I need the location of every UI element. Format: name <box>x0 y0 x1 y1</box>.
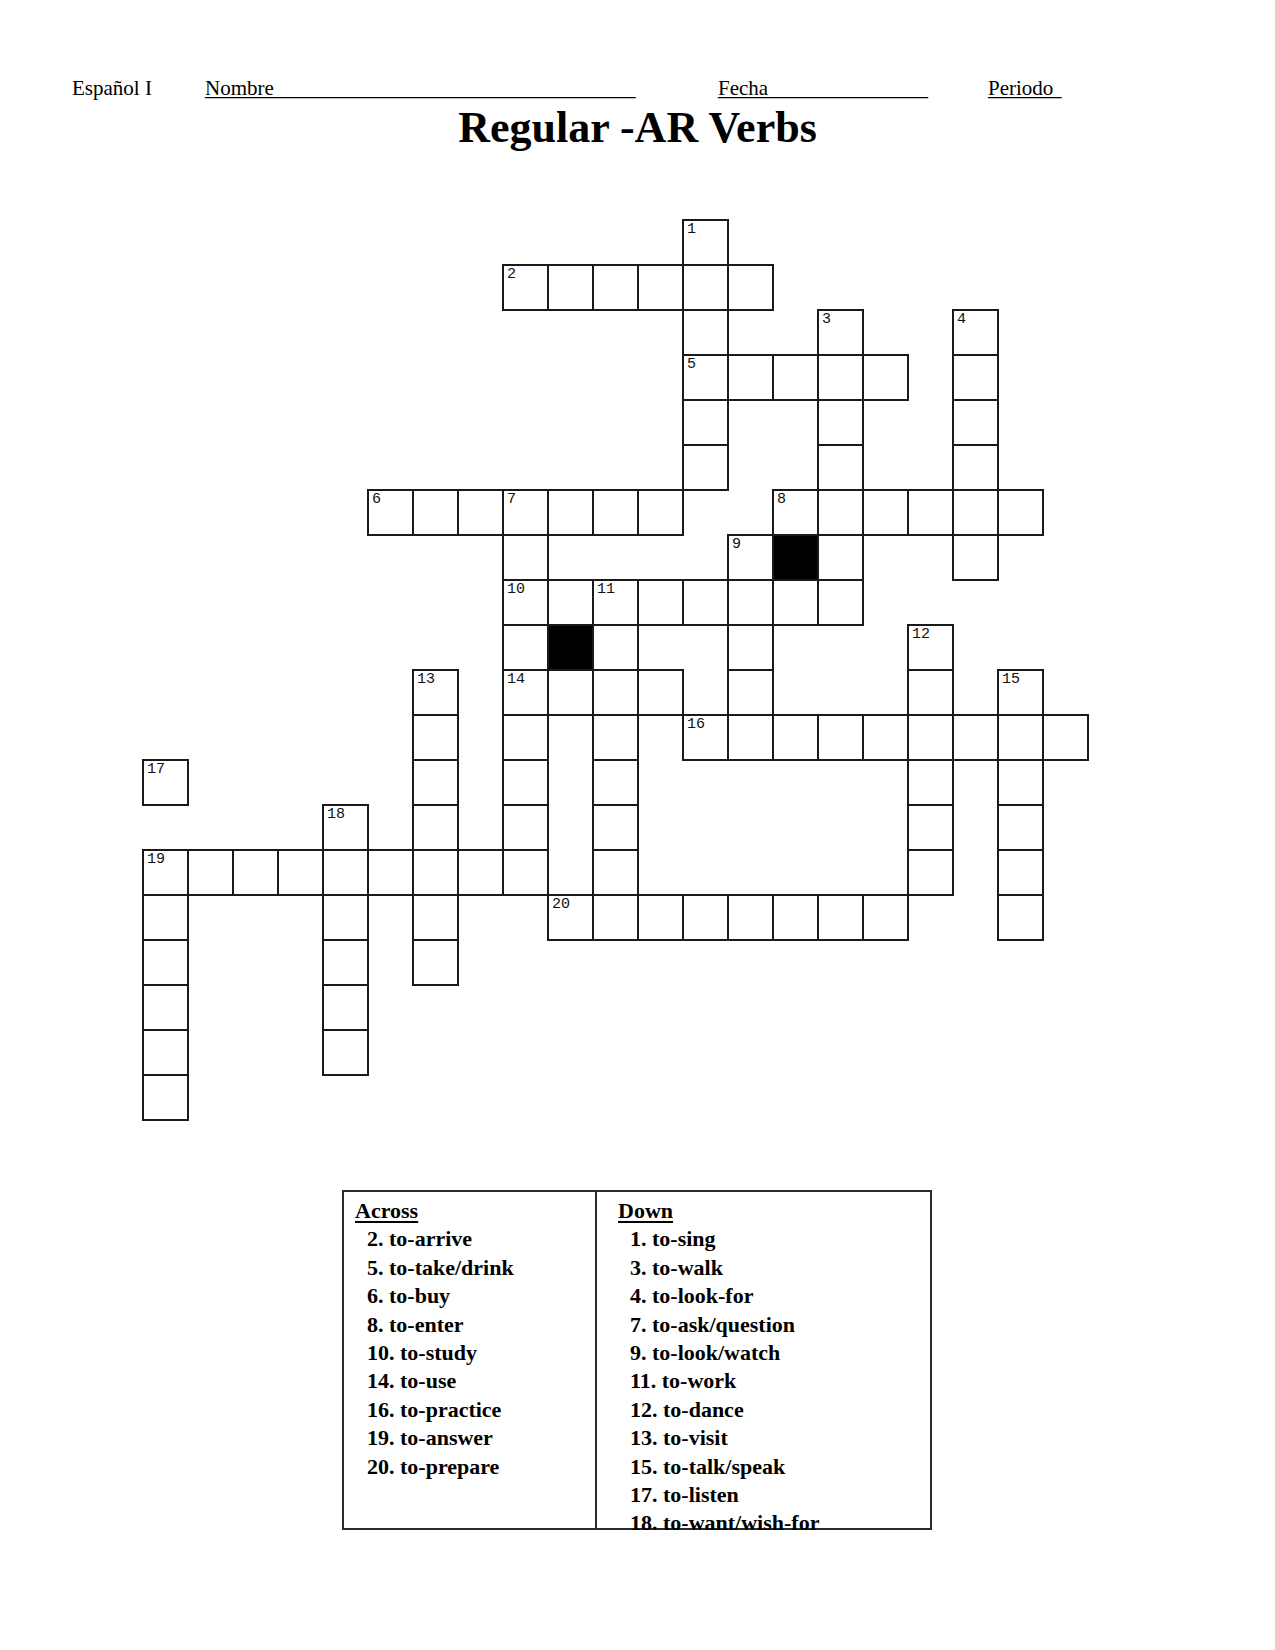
grid-cell[interactable] <box>412 849 459 896</box>
grid-cell[interactable] <box>952 354 999 401</box>
grid-cell[interactable] <box>952 444 999 491</box>
grid-cell[interactable]: 20 <box>547 894 594 941</box>
clue-number: 2 <box>507 267 516 282</box>
clue-across-10: 10. to-study <box>355 1339 595 1367</box>
clue-col-across: Across 2. to-arrive5. to-take/drink6. to… <box>344 1192 597 1528</box>
clue-number: 14 <box>507 672 525 687</box>
clue-down-1: 1. to-sing <box>618 1225 930 1253</box>
grid-cell[interactable] <box>997 714 1044 761</box>
grid-cell[interactable] <box>682 444 729 491</box>
grid-cell[interactable] <box>772 579 819 626</box>
grid-cell[interactable] <box>412 714 459 761</box>
grid-cell[interactable] <box>817 354 864 401</box>
grid-cell[interactable] <box>727 579 774 626</box>
grid-cell[interactable] <box>907 669 954 716</box>
grid-cell[interactable] <box>187 849 234 896</box>
clue-across-14: 14. to-use <box>355 1367 595 1395</box>
clue-down-18: 18. to-want/wish-for <box>618 1509 930 1537</box>
clue-down-13: 13. to-visit <box>618 1424 930 1452</box>
grid-cell[interactable] <box>817 534 864 581</box>
clue-number: 5 <box>687 357 696 372</box>
grid-cell[interactable] <box>592 894 639 941</box>
grid-cell[interactable] <box>547 579 594 626</box>
grid-cell[interactable] <box>682 399 729 446</box>
grid-cell[interactable] <box>907 804 954 851</box>
grid-cell[interactable] <box>997 804 1044 851</box>
clue-number: 7 <box>507 492 516 507</box>
grid-cell[interactable] <box>457 849 504 896</box>
grid-cell[interactable]: 3 <box>817 309 864 356</box>
grid-cell[interactable] <box>592 804 639 851</box>
grid-cell[interactable] <box>772 714 819 761</box>
clue-number: 15 <box>1002 672 1020 687</box>
grid-cell[interactable] <box>142 894 189 941</box>
clue-number: 3 <box>822 312 831 327</box>
clue-down-12: 12. to-dance <box>618 1396 930 1424</box>
grid-cell[interactable] <box>862 714 909 761</box>
clue-down-11: 11. to-work <box>618 1367 930 1395</box>
grid-cell[interactable] <box>907 714 954 761</box>
grid-cell[interactable]: 8 <box>772 489 819 536</box>
clue-number: 12 <box>912 627 930 642</box>
grid-cell[interactable]: 12 <box>907 624 954 671</box>
grid-cell[interactable]: 10 <box>502 579 549 626</box>
down-clue-list: 1. to-sing3. to-walk4. to-look-for7. to-… <box>618 1225 930 1537</box>
grid-cell[interactable] <box>997 489 1044 536</box>
grid-cell[interactable] <box>637 579 684 626</box>
grid-cell[interactable] <box>142 1074 189 1121</box>
grid-cell[interactable] <box>232 849 279 896</box>
grid-cell[interactable] <box>142 984 189 1031</box>
grid-cell[interactable] <box>322 984 369 1031</box>
grid-cell[interactable] <box>457 489 504 536</box>
grid-cell[interactable] <box>547 489 594 536</box>
grid-cell[interactable] <box>322 894 369 941</box>
down-header: Down <box>618 1197 930 1225</box>
grid-cell[interactable]: 2 <box>502 264 549 311</box>
grid-cell[interactable] <box>952 489 999 536</box>
grid-cell[interactable] <box>322 1029 369 1076</box>
grid-cell[interactable]: 19 <box>142 849 189 896</box>
grid-cell[interactable] <box>637 669 684 716</box>
grid-cell[interactable]: 16 <box>682 714 729 761</box>
grid-cell[interactable]: 7 <box>502 489 549 536</box>
grid-cell[interactable] <box>817 444 864 491</box>
grid-cell[interactable] <box>682 309 729 356</box>
grid-cell[interactable] <box>637 264 684 311</box>
grid-cell[interactable] <box>952 399 999 446</box>
grid-cell[interactable] <box>412 489 459 536</box>
clue-across-20: 20. to-prepare <box>355 1453 595 1481</box>
worksheet-page: Español I Nombre _______________________… <box>0 0 1275 1650</box>
grid-cell[interactable] <box>502 759 549 806</box>
grid-cell[interactable] <box>322 849 369 896</box>
grid-cell[interactable]: 4 <box>952 309 999 356</box>
clue-number: 9 <box>732 537 741 552</box>
grid-cell[interactable]: 6 <box>367 489 414 536</box>
grid-cell[interactable] <box>502 714 549 761</box>
clue-number: 6 <box>372 492 381 507</box>
grid-cell[interactable] <box>907 849 954 896</box>
across-header: Across <box>355 1197 595 1225</box>
clue-number: 17 <box>147 762 165 777</box>
clue-across-8: 8. to-enter <box>355 1311 595 1339</box>
grid-cell[interactable] <box>727 264 774 311</box>
grid-cell[interactable] <box>817 579 864 626</box>
grid-cell[interactable]: 9 <box>727 534 774 581</box>
grid-cell[interactable] <box>412 894 459 941</box>
clue-number: 10 <box>507 582 525 597</box>
grid-cell[interactable] <box>502 849 549 896</box>
grid-cell[interactable] <box>727 894 774 941</box>
clue-number: 11 <box>597 582 615 597</box>
grid-cell[interactable] <box>907 489 954 536</box>
grid-cell[interactable] <box>907 759 954 806</box>
grid-cell[interactable]: 15 <box>997 669 1044 716</box>
grid-cell[interactable] <box>637 489 684 536</box>
grid-cell[interactable] <box>142 1029 189 1076</box>
clue-number: 19 <box>147 852 165 867</box>
grid-cell[interactable] <box>592 714 639 761</box>
clue-number: 18 <box>327 807 345 822</box>
grid-cell[interactable] <box>682 264 729 311</box>
grid-cell[interactable] <box>277 849 324 896</box>
grid-cell[interactable] <box>412 804 459 851</box>
grid-cell[interactable] <box>142 939 189 986</box>
clue-across-2: 2. to-arrive <box>355 1225 595 1253</box>
grid-cell[interactable] <box>862 894 909 941</box>
grid-cell[interactable] <box>592 624 639 671</box>
clue-down-17: 17. to-listen <box>618 1481 930 1509</box>
clue-number: 16 <box>687 717 705 732</box>
grid-cell[interactable] <box>547 669 594 716</box>
clue-down-7: 7. to-ask/question <box>618 1311 930 1339</box>
grid-cell[interactable]: 11 <box>592 579 639 626</box>
clue-number: 4 <box>957 312 966 327</box>
clue-col-down: Down 1. to-sing3. to-walk4. to-look-for7… <box>597 1192 930 1528</box>
clue-down-15: 15. to-talk/speak <box>618 1453 930 1481</box>
grid-cell[interactable] <box>727 354 774 401</box>
grid-cell[interactable] <box>592 264 639 311</box>
clue-across-19: 19. to-answer <box>355 1424 595 1452</box>
grid-cell[interactable] <box>772 894 819 941</box>
grid-cell[interactable] <box>547 264 594 311</box>
grid-cell[interactable] <box>592 489 639 536</box>
clue-number: 20 <box>552 897 570 912</box>
clue-number: 1 <box>687 222 696 237</box>
black-cell <box>772 534 819 581</box>
across-clue-list: 2. to-arrive5. to-take/drink6. to-buy8. … <box>355 1225 595 1481</box>
grid-cell[interactable] <box>502 804 549 851</box>
grid-cell[interactable] <box>817 489 864 536</box>
grid-cell[interactable] <box>682 579 729 626</box>
grid-cell[interactable] <box>952 534 999 581</box>
black-cell <box>547 624 594 671</box>
grid-cell[interactable]: 13 <box>412 669 459 716</box>
grid-cell[interactable] <box>502 534 549 581</box>
grid-cell[interactable]: 18 <box>322 804 369 851</box>
grid-cell[interactable]: 1 <box>682 219 729 266</box>
clue-across-16: 16. to-practice <box>355 1396 595 1424</box>
clue-across-6: 6. to-buy <box>355 1282 595 1310</box>
grid-cell[interactable] <box>592 849 639 896</box>
grid-cell[interactable] <box>772 354 819 401</box>
grid-cell[interactable] <box>682 894 729 941</box>
grid-cell[interactable] <box>412 759 459 806</box>
clue-across-5: 5. to-take/drink <box>355 1254 595 1282</box>
grid-cell[interactable] <box>502 624 549 671</box>
grid-cell[interactable] <box>817 399 864 446</box>
grid-cell[interactable] <box>637 894 684 941</box>
grid-cell[interactable] <box>412 939 459 986</box>
grid-cell[interactable]: 14 <box>502 669 549 716</box>
grid-cell[interactable] <box>592 759 639 806</box>
clue-down-4: 4. to-look-for <box>618 1282 930 1310</box>
grid-cell[interactable] <box>367 849 414 896</box>
grid-cell[interactable] <box>727 624 774 671</box>
grid-cell[interactable] <box>727 669 774 716</box>
grid-cell[interactable] <box>322 939 369 986</box>
grid-cell[interactable] <box>727 714 774 761</box>
clue-number: 8 <box>777 492 786 507</box>
grid-cell[interactable] <box>817 894 864 941</box>
grid-cell[interactable] <box>997 759 1044 806</box>
clue-number: 13 <box>417 672 435 687</box>
grid-cell[interactable]: 17 <box>142 759 189 806</box>
grid-cell[interactable] <box>862 354 909 401</box>
grid-cell[interactable] <box>1042 714 1089 761</box>
clue-down-3: 3. to-walk <box>618 1254 930 1282</box>
grid-cell[interactable] <box>592 669 639 716</box>
clue-box: Across 2. to-arrive5. to-take/drink6. to… <box>342 1190 932 1530</box>
clue-down-9: 9. to-look/watch <box>618 1339 930 1367</box>
grid-cell[interactable] <box>817 714 864 761</box>
grid-cell[interactable] <box>862 489 909 536</box>
grid-cell[interactable] <box>952 714 999 761</box>
grid-cell[interactable] <box>997 849 1044 896</box>
grid-cell[interactable] <box>997 894 1044 941</box>
grid-cell[interactable]: 5 <box>682 354 729 401</box>
